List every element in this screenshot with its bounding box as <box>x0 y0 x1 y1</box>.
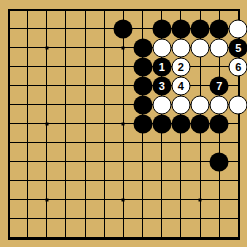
board-point[interactable] <box>229 76 247 95</box>
board-point[interactable] <box>18 76 37 95</box>
board-point[interactable] <box>210 95 229 114</box>
black-stone <box>210 19 229 38</box>
board-point[interactable] <box>152 133 171 152</box>
board-point[interactable] <box>190 209 209 228</box>
board-point[interactable] <box>190 57 209 76</box>
board-point[interactable] <box>0 38 18 57</box>
black-stone <box>114 19 133 38</box>
star-point <box>199 198 202 201</box>
board-point[interactable] <box>37 133 56 152</box>
board-point[interactable] <box>56 152 75 171</box>
board-point[interactable] <box>37 95 56 114</box>
board-point[interactable] <box>190 190 209 209</box>
board-point[interactable] <box>152 38 171 57</box>
board-point[interactable] <box>152 190 171 209</box>
board-point[interactable] <box>0 114 18 133</box>
board-point[interactable] <box>37 171 56 190</box>
board-point[interactable] <box>152 209 171 228</box>
board-point[interactable] <box>114 228 133 247</box>
board-point[interactable] <box>0 1 18 20</box>
board-point[interactable] <box>133 95 152 114</box>
board-grid: 5126347 <box>0 1 247 247</box>
board-point[interactable] <box>229 95 247 114</box>
board-point[interactable] <box>229 228 247 247</box>
board-point[interactable] <box>114 133 133 152</box>
black-stone <box>133 76 152 95</box>
black-stone <box>133 38 152 57</box>
board-point[interactable] <box>210 190 229 209</box>
board-point[interactable] <box>18 19 37 38</box>
board-point[interactable] <box>171 190 190 209</box>
go-board: 5126347 <box>0 0 247 247</box>
black-stone <box>191 114 210 133</box>
board-point[interactable] <box>37 76 56 95</box>
board-point[interactable] <box>95 133 114 152</box>
board-point[interactable] <box>133 228 152 247</box>
board-point[interactable]: 6 <box>229 57 247 76</box>
star-point <box>45 198 48 201</box>
board-point[interactable] <box>37 152 56 171</box>
board-point[interactable] <box>95 114 114 133</box>
board-point[interactable] <box>76 228 95 247</box>
board-point[interactable] <box>76 133 95 152</box>
board-point[interactable] <box>171 38 190 57</box>
board-point[interactable] <box>190 76 209 95</box>
board-point[interactable] <box>171 95 190 114</box>
board-point[interactable] <box>190 114 209 133</box>
board-point[interactable] <box>114 76 133 95</box>
board-point[interactable] <box>76 1 95 20</box>
board-point[interactable] <box>229 1 247 20</box>
star-point <box>122 198 125 201</box>
black-stone <box>133 57 152 76</box>
board-point[interactable] <box>114 190 133 209</box>
board-point[interactable] <box>210 57 229 76</box>
board-point[interactable] <box>152 228 171 247</box>
white-stone-move-6: 6 <box>229 57 247 76</box>
board-point[interactable] <box>56 95 75 114</box>
board-point[interactable] <box>133 1 152 20</box>
board-point[interactable] <box>76 57 95 76</box>
board-point[interactable] <box>210 209 229 228</box>
board-point[interactable] <box>95 1 114 20</box>
board-point[interactable] <box>37 57 56 76</box>
board-point[interactable] <box>171 1 190 20</box>
board-point[interactable] <box>18 152 37 171</box>
board-point[interactable] <box>76 114 95 133</box>
board-point[interactable] <box>114 95 133 114</box>
board-point[interactable] <box>37 19 56 38</box>
board-point[interactable] <box>56 228 75 247</box>
board-point[interactable] <box>133 76 152 95</box>
white-stone <box>171 95 190 114</box>
board-point[interactable] <box>152 19 171 38</box>
board-point[interactable] <box>114 38 133 57</box>
board-point[interactable] <box>76 152 95 171</box>
board-point[interactable] <box>37 1 56 20</box>
board-point[interactable] <box>114 1 133 20</box>
board-point[interactable]: 1 <box>152 57 171 76</box>
board-point[interactable] <box>133 114 152 133</box>
board-point[interactable] <box>210 19 229 38</box>
board-point[interactable] <box>171 152 190 171</box>
board-point[interactable] <box>56 19 75 38</box>
board-point[interactable] <box>171 19 190 38</box>
board-point[interactable] <box>229 19 247 38</box>
board-point[interactable] <box>210 152 229 171</box>
board-point[interactable] <box>114 57 133 76</box>
board-point[interactable] <box>171 133 190 152</box>
black-stone <box>133 95 152 114</box>
board-point[interactable] <box>0 228 18 247</box>
board-point[interactable] <box>114 19 133 38</box>
board-point[interactable] <box>56 76 75 95</box>
black-stone-move-1: 1 <box>152 57 171 76</box>
board-point[interactable] <box>190 19 209 38</box>
board-point[interactable] <box>56 114 75 133</box>
board-point[interactable] <box>18 190 37 209</box>
board-point[interactable] <box>95 228 114 247</box>
white-stone <box>210 95 229 114</box>
board-point[interactable] <box>95 76 114 95</box>
board-point[interactable] <box>190 38 209 57</box>
board-point[interactable] <box>18 1 37 20</box>
board-point[interactable] <box>171 228 190 247</box>
board-point[interactable] <box>76 38 95 57</box>
board-point[interactable] <box>76 76 95 95</box>
board-point[interactable] <box>210 1 229 20</box>
board-point[interactable]: 2 <box>171 57 190 76</box>
black-stone <box>152 114 171 133</box>
board-point[interactable] <box>76 209 95 228</box>
board-point[interactable] <box>95 95 114 114</box>
star-point <box>45 122 48 125</box>
board-point[interactable] <box>95 190 114 209</box>
board-point[interactable] <box>133 38 152 57</box>
board-point[interactable] <box>133 209 152 228</box>
board-point[interactable] <box>152 95 171 114</box>
board-point[interactable] <box>133 57 152 76</box>
board-point[interactable] <box>152 152 171 171</box>
board-point[interactable] <box>133 171 152 190</box>
board-point[interactable] <box>0 171 18 190</box>
board-point[interactable] <box>171 209 190 228</box>
black-stone <box>191 19 210 38</box>
star-point <box>122 46 125 49</box>
board-point[interactable] <box>0 152 18 171</box>
board-point[interactable] <box>152 171 171 190</box>
board-point[interactable] <box>229 209 247 228</box>
board-point[interactable] <box>171 114 190 133</box>
black-stone-move-5: 5 <box>229 38 247 57</box>
board-point[interactable] <box>76 190 95 209</box>
board-point[interactable] <box>56 133 75 152</box>
board-point[interactable] <box>190 1 209 20</box>
board-point[interactable] <box>229 171 247 190</box>
board-point[interactable] <box>95 57 114 76</box>
board-point[interactable] <box>133 19 152 38</box>
white-stone <box>191 38 210 57</box>
board-point[interactable] <box>18 114 37 133</box>
black-stone <box>210 114 229 133</box>
board-point[interactable] <box>133 190 152 209</box>
board-point[interactable] <box>210 133 229 152</box>
board-point[interactable] <box>210 228 229 247</box>
black-stone <box>210 152 229 171</box>
board-point[interactable] <box>18 209 37 228</box>
board-point[interactable] <box>190 228 209 247</box>
board-point[interactable] <box>114 114 133 133</box>
black-stone-move-3: 3 <box>152 76 171 95</box>
board-point[interactable] <box>95 38 114 57</box>
board-point[interactable] <box>133 152 152 171</box>
board-point[interactable] <box>37 228 56 247</box>
white-stone-move-2: 2 <box>171 57 190 76</box>
board-point[interactable] <box>56 1 75 20</box>
board-point[interactable] <box>190 152 209 171</box>
board-point[interactable] <box>18 171 37 190</box>
board-point[interactable] <box>18 228 37 247</box>
star-point <box>122 122 125 125</box>
board-point[interactable] <box>0 133 18 152</box>
board-point[interactable] <box>18 133 37 152</box>
board-point[interactable]: 7 <box>210 76 229 95</box>
board-point[interactable] <box>18 38 37 57</box>
board-point[interactable] <box>0 95 18 114</box>
white-stone-move-4: 4 <box>171 76 190 95</box>
board-point[interactable]: 5 <box>229 38 247 57</box>
black-stone <box>171 19 190 38</box>
white-stone <box>191 95 210 114</box>
board-point[interactable] <box>171 171 190 190</box>
board-point[interactable]: 3 <box>152 76 171 95</box>
board-point[interactable] <box>76 95 95 114</box>
board-point[interactable] <box>114 209 133 228</box>
board-point[interactable] <box>56 209 75 228</box>
board-point[interactable]: 4 <box>171 76 190 95</box>
white-stone <box>210 38 229 57</box>
black-stone <box>171 114 190 133</box>
board-point[interactable] <box>152 114 171 133</box>
board-point[interactable] <box>114 171 133 190</box>
board-point[interactable] <box>0 76 18 95</box>
board-point[interactable] <box>37 190 56 209</box>
board-point[interactable] <box>229 133 247 152</box>
white-stone <box>152 95 171 114</box>
board-point[interactable] <box>0 19 18 38</box>
board-point[interactable] <box>190 95 209 114</box>
board-point[interactable] <box>152 1 171 20</box>
board-point[interactable] <box>0 190 18 209</box>
board-point[interactable] <box>18 95 37 114</box>
black-stone <box>152 19 171 38</box>
white-stone <box>229 95 247 114</box>
board-point[interactable] <box>114 152 133 171</box>
board-point[interactable] <box>56 57 75 76</box>
black-stone <box>133 114 152 133</box>
board-point[interactable] <box>190 133 209 152</box>
board-point[interactable] <box>229 190 247 209</box>
board-point[interactable] <box>37 209 56 228</box>
board-point[interactable] <box>229 152 247 171</box>
white-stone <box>152 38 171 57</box>
board-point[interactable] <box>95 152 114 171</box>
board-point[interactable] <box>56 38 75 57</box>
board-point[interactable] <box>95 209 114 228</box>
board-point[interactable] <box>56 190 75 209</box>
board-point[interactable] <box>0 209 18 228</box>
board-point[interactable] <box>18 57 37 76</box>
star-point <box>45 46 48 49</box>
white-stone <box>171 38 190 57</box>
white-stone <box>229 19 247 38</box>
board-point[interactable] <box>190 171 209 190</box>
board-point[interactable] <box>95 171 114 190</box>
board-point[interactable] <box>210 38 229 57</box>
board-point[interactable] <box>229 114 247 133</box>
black-stone-move-7: 7 <box>210 76 229 95</box>
board-point[interactable] <box>37 114 56 133</box>
board-point[interactable] <box>95 19 114 38</box>
board-point[interactable] <box>37 38 56 57</box>
board-point[interactable] <box>133 133 152 152</box>
board-point[interactable] <box>76 171 95 190</box>
board-point[interactable] <box>76 19 95 38</box>
board-point[interactable] <box>56 171 75 190</box>
board-point[interactable] <box>0 57 18 76</box>
board-point[interactable] <box>210 114 229 133</box>
board-point[interactable] <box>210 171 229 190</box>
